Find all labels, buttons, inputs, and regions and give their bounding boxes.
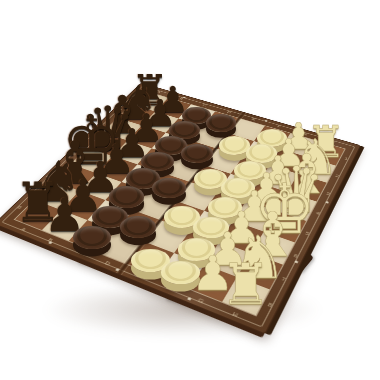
frame-dot (325, 201, 329, 204)
coordinate-label: 1 (344, 157, 349, 161)
frame-dot (90, 133, 94, 135)
coordinate-label: 7 (280, 276, 286, 282)
coordinate-label: 4 (88, 136, 94, 140)
coordinate-label: D (104, 260, 112, 266)
frame-dot (46, 175, 50, 178)
coordinate-label: H (231, 310, 239, 317)
coordinate-label: 8 (267, 301, 274, 308)
frame-dot (183, 97, 186, 99)
coordinate-label: 6 (293, 253, 299, 259)
coordinate-label: 8 (16, 205, 23, 210)
coordinate-label: D (226, 110, 232, 114)
coordinate-label: E (251, 117, 256, 121)
coordinate-label: C (202, 103, 208, 107)
frame-dot (294, 260, 298, 263)
coordinate-label: 2 (335, 174, 340, 178)
coordinate-label: 2 (118, 108, 123, 111)
coordinate-label: 7 (36, 186, 42, 191)
coordinate-label: 3 (103, 122, 108, 126)
coordinate-label: E (134, 272, 142, 278)
coordinate-label: F (276, 124, 281, 128)
coordinate-label: H (330, 140, 336, 144)
chessboard-3d-wrapper: ABCDEFGH ABCDEFGH 12345678 12345678 (0, 0, 380, 380)
frame-dot (187, 297, 192, 301)
product-photo-scene: ABCDEFGH ABCDEFGH 12345678 12345678 ♜♟♟♜… (0, 0, 380, 380)
board-squares (15, 91, 344, 315)
coordinate-label: 5 (72, 152, 78, 156)
coordinate-label: G (197, 297, 205, 304)
coordinate-label: 6 (54, 169, 60, 173)
coordinate-label: 5 (304, 231, 310, 236)
coordinate-label: C (75, 248, 83, 254)
coordinate-label: A (156, 90, 161, 93)
coordinate-label: F (165, 284, 172, 290)
coordinate-label: 3 (325, 191, 330, 196)
frame-dot (48, 241, 53, 244)
coordinate-label: 4 (315, 211, 320, 216)
coordinate-label: A (20, 226, 28, 232)
coordinate-label: G (302, 132, 308, 136)
frame-dot (264, 120, 267, 122)
chessboard: ABCDEFGH ABCDEFGH 12345678 12345678 (0, 83, 361, 335)
coordinate-label: 1 (131, 95, 136, 98)
